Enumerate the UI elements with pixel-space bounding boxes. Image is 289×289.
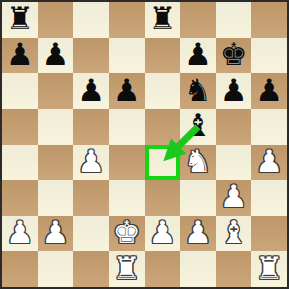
white-pawn-piece: ♟ bbox=[255, 146, 283, 177]
square-c8[interactable] bbox=[73, 2, 109, 38]
square-d3[interactable] bbox=[109, 180, 145, 216]
square-c7[interactable] bbox=[73, 38, 109, 74]
black-pawn-piece: ♟ bbox=[6, 39, 34, 70]
square-b6[interactable] bbox=[38, 73, 74, 109]
white-king-piece: ♚ bbox=[113, 217, 141, 248]
square-h1[interactable]: ♜ bbox=[251, 251, 287, 287]
white-pawn-piece: ♟ bbox=[148, 217, 176, 248]
white-pawn-piece: ♟ bbox=[77, 146, 105, 177]
square-a4[interactable] bbox=[2, 145, 38, 181]
square-a5[interactable] bbox=[2, 109, 38, 145]
square-f4[interactable]: ♞ bbox=[180, 145, 216, 181]
square-d7[interactable] bbox=[109, 38, 145, 74]
square-g7[interactable]: ♚ bbox=[216, 38, 252, 74]
white-rook-piece: ♜ bbox=[255, 253, 283, 284]
black-pawn-piece: ♟ bbox=[113, 75, 141, 106]
square-g3[interactable]: ♟ bbox=[216, 180, 252, 216]
square-h4[interactable]: ♟ bbox=[251, 145, 287, 181]
square-a1[interactable] bbox=[2, 251, 38, 287]
square-g4[interactable] bbox=[216, 145, 252, 181]
square-e7[interactable] bbox=[145, 38, 181, 74]
black-pawn-piece: ♟ bbox=[255, 75, 283, 106]
square-c1[interactable] bbox=[73, 251, 109, 287]
black-bishop-piece: ♝ bbox=[184, 110, 212, 141]
black-pawn-piece: ♟ bbox=[184, 39, 212, 70]
white-pawn-piece: ♟ bbox=[6, 217, 34, 248]
white-rook-piece: ♜ bbox=[113, 253, 141, 284]
square-b8[interactable] bbox=[38, 2, 74, 38]
black-king-piece: ♚ bbox=[220, 39, 248, 70]
square-g5[interactable] bbox=[216, 109, 252, 145]
square-d2[interactable]: ♚ bbox=[109, 216, 145, 252]
square-b5[interactable] bbox=[38, 109, 74, 145]
square-d5[interactable] bbox=[109, 109, 145, 145]
square-a3[interactable] bbox=[2, 180, 38, 216]
square-a8[interactable]: ♜ bbox=[2, 2, 38, 38]
black-pawn-piece: ♟ bbox=[42, 39, 70, 70]
square-f2[interactable]: ♟ bbox=[180, 216, 216, 252]
square-e6[interactable] bbox=[145, 73, 181, 109]
square-g6[interactable]: ♟ bbox=[216, 73, 252, 109]
square-f8[interactable] bbox=[180, 2, 216, 38]
square-f7[interactable]: ♟ bbox=[180, 38, 216, 74]
square-g2[interactable]: ♝ bbox=[216, 216, 252, 252]
square-f5[interactable]: ♝ bbox=[180, 109, 216, 145]
square-h6[interactable]: ♟ bbox=[251, 73, 287, 109]
square-b2[interactable]: ♟ bbox=[38, 216, 74, 252]
white-pawn-piece: ♟ bbox=[220, 181, 248, 212]
square-b3[interactable] bbox=[38, 180, 74, 216]
black-rook-piece: ♜ bbox=[148, 3, 176, 34]
square-a2[interactable]: ♟ bbox=[2, 216, 38, 252]
square-f6[interactable]: ♞ bbox=[180, 73, 216, 109]
square-e4[interactable] bbox=[145, 145, 181, 181]
square-e2[interactable]: ♟ bbox=[145, 216, 181, 252]
board-grid: ♜♜♟♟♟♚♟♟♞♟♟♝♟♞♟♟♟♟♚♟♟♝♜♜ bbox=[2, 2, 287, 287]
square-e3[interactable] bbox=[145, 180, 181, 216]
square-c6[interactable]: ♟ bbox=[73, 73, 109, 109]
square-f3[interactable] bbox=[180, 180, 216, 216]
square-d8[interactable] bbox=[109, 2, 145, 38]
square-g1[interactable] bbox=[216, 251, 252, 287]
white-knight-piece: ♞ bbox=[184, 146, 212, 177]
chess-board: ♜♜♟♟♟♚♟♟♞♟♟♝♟♞♟♟♟♟♚♟♟♝♜♜ bbox=[0, 0, 289, 289]
square-h8[interactable] bbox=[251, 2, 287, 38]
white-bishop-piece: ♝ bbox=[220, 217, 248, 248]
square-c2[interactable] bbox=[73, 216, 109, 252]
black-pawn-piece: ♟ bbox=[77, 75, 105, 106]
black-knight-piece: ♞ bbox=[184, 75, 212, 106]
white-pawn-piece: ♟ bbox=[184, 217, 212, 248]
square-d1[interactable]: ♜ bbox=[109, 251, 145, 287]
square-e5[interactable] bbox=[145, 109, 181, 145]
square-d4[interactable] bbox=[109, 145, 145, 181]
square-b7[interactable]: ♟ bbox=[38, 38, 74, 74]
square-g8[interactable] bbox=[216, 2, 252, 38]
square-a6[interactable] bbox=[2, 73, 38, 109]
square-a7[interactable]: ♟ bbox=[2, 38, 38, 74]
square-e1[interactable] bbox=[145, 251, 181, 287]
square-c4[interactable]: ♟ bbox=[73, 145, 109, 181]
white-pawn-piece: ♟ bbox=[42, 217, 70, 248]
square-e8[interactable]: ♜ bbox=[145, 2, 181, 38]
square-f1[interactable] bbox=[180, 251, 216, 287]
square-c5[interactable] bbox=[73, 109, 109, 145]
square-h3[interactable] bbox=[251, 180, 287, 216]
square-h7[interactable] bbox=[251, 38, 287, 74]
square-d6[interactable]: ♟ bbox=[109, 73, 145, 109]
black-pawn-piece: ♟ bbox=[220, 75, 248, 106]
square-c3[interactable] bbox=[73, 180, 109, 216]
square-h2[interactable] bbox=[251, 216, 287, 252]
black-rook-piece: ♜ bbox=[6, 3, 34, 34]
square-b1[interactable] bbox=[38, 251, 74, 287]
square-b4[interactable] bbox=[38, 145, 74, 181]
square-h5[interactable] bbox=[251, 109, 287, 145]
